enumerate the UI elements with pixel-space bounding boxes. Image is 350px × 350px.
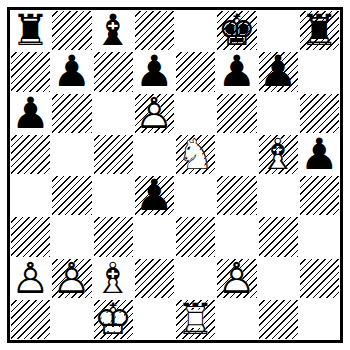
square-f1[interactable] <box>216 299 257 340</box>
piece-fill-layer: ♝ <box>93 10 134 51</box>
square-f3[interactable] <box>216 216 257 257</box>
square-d3[interactable] <box>134 216 175 257</box>
piece-outline-layer: ♙ <box>10 258 51 299</box>
square-h4[interactable] <box>299 175 340 216</box>
square-a7[interactable] <box>10 51 51 92</box>
piece-fill-layer: ♟ <box>216 51 257 92</box>
square-e1[interactable]: ♜♖ <box>175 299 216 340</box>
piece-fill-layer: ♝ <box>93 258 134 299</box>
piece-outline-layer: ♗ <box>93 258 134 299</box>
piece-fill-layer: ♟ <box>216 258 257 299</box>
square-a4[interactable] <box>10 175 51 216</box>
square-c6[interactable] <box>93 93 134 134</box>
square-d8[interactable] <box>134 10 175 51</box>
square-f5[interactable] <box>216 134 257 175</box>
square-g2[interactable] <box>258 258 299 299</box>
square-b7[interactable]: ♟ <box>51 51 92 92</box>
square-f7[interactable]: ♟ <box>216 51 257 92</box>
piece-black-rook-h8[interactable]: ♜ <box>299 10 340 51</box>
square-b1[interactable] <box>51 299 92 340</box>
square-g8[interactable] <box>258 10 299 51</box>
square-a1[interactable] <box>10 299 51 340</box>
square-a2[interactable]: ♟♙ <box>10 258 51 299</box>
piece-black-king-f8[interactable]: ♚ <box>216 10 257 51</box>
square-d4[interactable]: ♟ <box>134 175 175 216</box>
piece-fill-layer: ♟ <box>134 93 175 134</box>
piece-white-rook-e1[interactable]: ♜♖ <box>175 299 216 340</box>
piece-fill-layer: ♞ <box>175 134 216 175</box>
square-g6[interactable] <box>258 93 299 134</box>
square-f6[interactable] <box>216 93 257 134</box>
square-e5[interactable]: ♞♘ <box>175 134 216 175</box>
piece-outline-layer: ♙ <box>216 258 257 299</box>
piece-black-pawn-d4[interactable]: ♟ <box>134 175 175 216</box>
piece-fill-layer: ♜ <box>299 10 340 51</box>
piece-outline-layer: ♙ <box>134 93 175 134</box>
piece-outline-layer: ♘ <box>175 134 216 175</box>
square-d5[interactable] <box>134 134 175 175</box>
piece-fill-layer: ♚ <box>93 299 134 340</box>
square-c3[interactable] <box>93 216 134 257</box>
square-b2[interactable]: ♟♙ <box>51 258 92 299</box>
square-h8[interactable]: ♜ <box>299 10 340 51</box>
square-h7[interactable] <box>299 51 340 92</box>
square-d1[interactable] <box>134 299 175 340</box>
piece-outline-layer: ♔ <box>93 299 134 340</box>
square-e4[interactable] <box>175 175 216 216</box>
square-g1[interactable] <box>258 299 299 340</box>
piece-fill-layer: ♚ <box>216 10 257 51</box>
square-b6[interactable] <box>51 93 92 134</box>
piece-outline-layer: ♗ <box>258 134 299 175</box>
piece-white-knight-e5[interactable]: ♞♘ <box>175 134 216 175</box>
piece-outline-layer: ♙ <box>51 258 92 299</box>
square-c5[interactable] <box>93 134 134 175</box>
square-h5[interactable]: ♟ <box>299 134 340 175</box>
square-c7[interactable] <box>93 51 134 92</box>
square-c8[interactable]: ♝ <box>93 10 134 51</box>
square-b5[interactable] <box>51 134 92 175</box>
piece-black-pawn-d7[interactable]: ♟ <box>134 51 175 92</box>
piece-fill-layer: ♝ <box>258 134 299 175</box>
square-g7[interactable]: ♟ <box>258 51 299 92</box>
piece-white-king-c1[interactable]: ♚♔ <box>93 299 134 340</box>
board-frame: ♜♝♚♜♟♟♟♟♟♟♙♞♘♝♗♟♟♟♙♟♙♝♗♟♙♚♔♜♖ <box>7 7 343 343</box>
square-a5[interactable] <box>10 134 51 175</box>
square-c2[interactable]: ♝♗ <box>93 258 134 299</box>
square-a6[interactable]: ♟ <box>10 93 51 134</box>
piece-white-pawn-b2[interactable]: ♟♙ <box>51 258 92 299</box>
square-f4[interactable] <box>216 175 257 216</box>
piece-white-pawn-a2[interactable]: ♟♙ <box>10 258 51 299</box>
piece-fill-layer: ♟ <box>51 258 92 299</box>
piece-white-pawn-f2[interactable]: ♟♙ <box>216 258 257 299</box>
piece-white-bishop-c2[interactable]: ♝♗ <box>93 258 134 299</box>
square-d6[interactable]: ♟♙ <box>134 93 175 134</box>
piece-black-pawn-f7[interactable]: ♟ <box>216 51 257 92</box>
square-c4[interactable] <box>93 175 134 216</box>
square-h6[interactable] <box>299 93 340 134</box>
square-h2[interactable] <box>299 258 340 299</box>
piece-fill-layer: ♜ <box>10 10 51 51</box>
piece-fill-layer: ♟ <box>51 51 92 92</box>
square-h3[interactable] <box>299 216 340 257</box>
square-d7[interactable]: ♟ <box>134 51 175 92</box>
square-e7[interactable] <box>175 51 216 92</box>
square-a3[interactable] <box>10 216 51 257</box>
square-e3[interactable] <box>175 216 216 257</box>
square-f8[interactable]: ♚ <box>216 10 257 51</box>
square-b4[interactable] <box>51 175 92 216</box>
piece-fill-layer: ♜ <box>175 299 216 340</box>
piece-black-pawn-b7[interactable]: ♟ <box>51 51 92 92</box>
square-e6[interactable] <box>175 93 216 134</box>
piece-outline-layer: ♖ <box>175 299 216 340</box>
square-c1[interactable]: ♚♔ <box>93 299 134 340</box>
piece-black-pawn-g7[interactable]: ♟ <box>258 51 299 92</box>
square-d2[interactable] <box>134 258 175 299</box>
piece-fill-layer: ♟ <box>299 134 340 175</box>
piece-black-pawn-h5[interactable]: ♟ <box>299 134 340 175</box>
square-f2[interactable]: ♟♙ <box>216 258 257 299</box>
piece-fill-layer: ♟ <box>10 93 51 134</box>
piece-fill-layer: ♟ <box>134 175 175 216</box>
chess-diagram: ♜♝♚♜♟♟♟♟♟♟♙♞♘♝♗♟♟♟♙♟♙♝♗♟♙♚♔♜♖ <box>0 0 350 350</box>
piece-black-bishop-c8[interactable]: ♝ <box>93 10 134 51</box>
piece-fill-layer: ♟ <box>258 51 299 92</box>
square-b3[interactable] <box>51 216 92 257</box>
square-g4[interactable] <box>258 175 299 216</box>
square-a8[interactable]: ♜ <box>10 10 51 51</box>
square-g5[interactable]: ♝♗ <box>258 134 299 175</box>
piece-black-pawn-a6[interactable]: ♟ <box>10 93 51 134</box>
piece-white-bishop-g5[interactable]: ♝♗ <box>258 134 299 175</box>
piece-fill-layer: ♟ <box>10 258 51 299</box>
square-e2[interactable] <box>175 258 216 299</box>
piece-fill-layer: ♟ <box>134 51 175 92</box>
square-h1[interactable] <box>299 299 340 340</box>
square-e8[interactable] <box>175 10 216 51</box>
square-g3[interactable] <box>258 216 299 257</box>
board-grid: ♜♝♚♜♟♟♟♟♟♟♙♞♘♝♗♟♟♟♙♟♙♝♗♟♙♚♔♜♖ <box>10 10 340 340</box>
piece-white-pawn-d6[interactable]: ♟♙ <box>134 93 175 134</box>
piece-black-rook-a8[interactable]: ♜ <box>10 10 51 51</box>
square-b8[interactable] <box>51 10 92 51</box>
